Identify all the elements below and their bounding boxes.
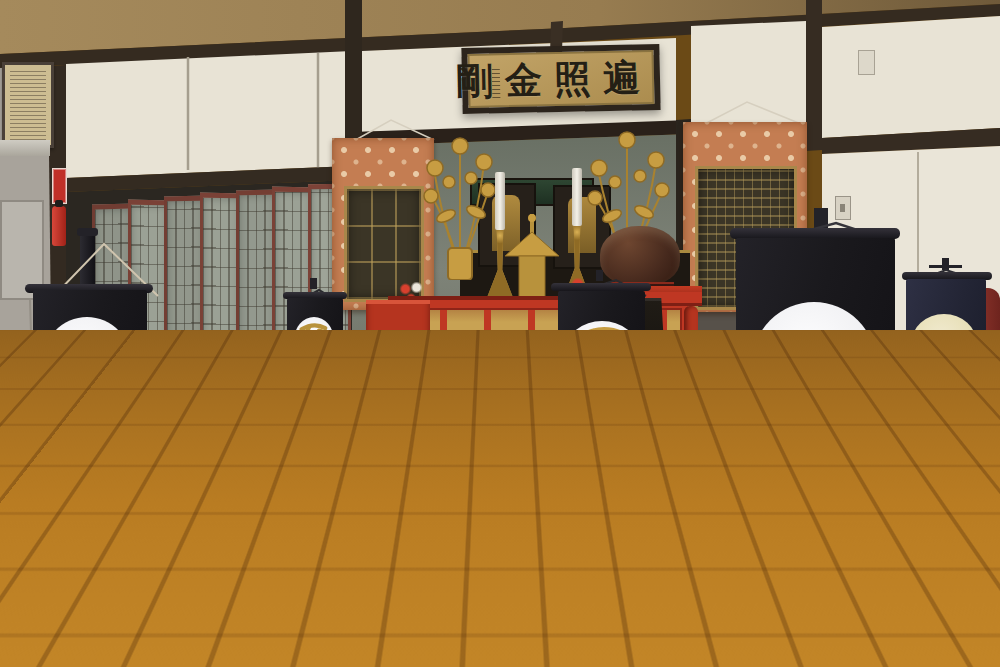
- zafu-cushion-center: [496, 408, 602, 472]
- beam-b4: [806, 0, 822, 151]
- moon-disc: [752, 302, 876, 426]
- siddham-a-glyph: [566, 321, 638, 379]
- stand-pole: [944, 399, 953, 423]
- plaque-char-4: 遍: [603, 59, 641, 97]
- fire-extinguisher-sign: [52, 168, 67, 204]
- orin-bell: [598, 410, 622, 426]
- scroll-left-large: [14, 226, 164, 556]
- table-leg-cutout: [374, 334, 394, 374]
- wall-mid-right: [691, 21, 806, 132]
- wall-right-upper: [822, 16, 1000, 138]
- roller-blind: [0, 140, 50, 156]
- siddham-a-glyph: [294, 317, 334, 363]
- stand-pole: [88, 478, 102, 522]
- calligraphy-plaque: 剛 金 照 遍: [461, 44, 660, 114]
- moon-disc: [566, 321, 638, 379]
- glass-tealight: [40, 522, 66, 552]
- moon-disc: [294, 317, 334, 363]
- certificate-text-lines: [10, 70, 46, 140]
- plaque-char-1: 剛: [456, 62, 494, 100]
- temple-hall-photo: 剛 金 照 遍: [0, 0, 1000, 667]
- wall-left-upper: [66, 51, 352, 178]
- extinguisher-valve: [55, 200, 63, 207]
- plaque-char-2: 金: [505, 61, 543, 99]
- wall-card: [858, 50, 875, 75]
- glass-tealight: [806, 562, 834, 596]
- framed-certificate: [2, 62, 54, 148]
- altar-side-table-left: [366, 300, 430, 398]
- stand-pole: [807, 496, 821, 562]
- scroll-bottom-rod: [900, 390, 994, 399]
- moon-disc: [42, 317, 132, 411]
- moon-disc: [911, 314, 977, 374]
- gold-lotus-left: [422, 130, 498, 280]
- scroll-right-large: [718, 206, 904, 596]
- candle-right: [572, 168, 582, 226]
- scroll-bottom-rod: [724, 483, 902, 497]
- plaque-signature: [492, 68, 501, 98]
- scroll-top-rod: [551, 283, 651, 291]
- plaque-char-3: 照: [554, 60, 592, 98]
- stand-pole: [310, 383, 318, 415]
- lotus-green: [302, 351, 327, 358]
- scroll-far-right: [898, 256, 998, 438]
- table-leg-cutout: [402, 334, 422, 374]
- zafu-cushion-midleft: [226, 396, 298, 436]
